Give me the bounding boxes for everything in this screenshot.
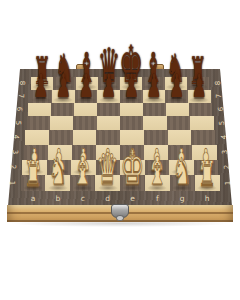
- file-label-c: c: [70, 194, 95, 203]
- rank-6: 66: [28, 103, 212, 117]
- rank-label-5: 5: [218, 121, 226, 125]
- piece-white-rook[interactable]: ♜: [198, 156, 216, 191]
- piece-white-bishop[interactable]: ♝: [147, 153, 167, 192]
- square-e7[interactable]: ♟: [120, 90, 143, 103]
- rank-label-8: 8: [18, 81, 26, 85]
- rank-label-7: 7: [17, 94, 25, 98]
- rank-label-1: 1: [8, 181, 16, 185]
- piece-white-queen[interactable]: ♛: [96, 147, 118, 191]
- square-c5[interactable]: [73, 116, 96, 130]
- piece-black-pawn[interactable]: ♟: [169, 70, 184, 102]
- square-d6[interactable]: [97, 103, 120, 117]
- piece-white-bishop[interactable]: ♝: [73, 153, 93, 192]
- square-a7[interactable]: 7♟: [30, 90, 53, 103]
- piece-black-pawn[interactable]: ♟: [101, 70, 116, 102]
- square-e1[interactable]: ♚: [120, 175, 145, 191]
- square-d7[interactable]: ♟: [97, 90, 120, 103]
- piece-black-pawn[interactable]: ♟: [124, 70, 139, 102]
- square-f5[interactable]: [143, 116, 166, 130]
- square-b7[interactable]: ♟: [52, 90, 75, 103]
- product-photo: 8♜♞♝♛♚♝♞8♜7♟♟♟♟♟♟♟7♟665544332♟♟♟♟♟♟♟2♟1♜…: [0, 0, 240, 300]
- rank-7: 7♟♟♟♟♟♟♟7♟: [30, 90, 211, 103]
- file-label-e: e: [120, 194, 145, 203]
- piece-white-rook[interactable]: ♜: [24, 156, 42, 191]
- piece-black-pawn[interactable]: ♟: [192, 70, 207, 102]
- file-label-h: h: [195, 194, 220, 203]
- piece-black-pawn[interactable]: ♟: [78, 70, 93, 102]
- square-c6[interactable]: [74, 103, 97, 117]
- square-g1[interactable]: ♞: [170, 175, 195, 191]
- file-label-d: d: [95, 194, 120, 203]
- square-e6[interactable]: [120, 103, 143, 117]
- rank-label-8: 8: [214, 81, 222, 85]
- rank-1: 1♜♞♝♛♚♝♞1♜: [21, 175, 220, 191]
- square-f6[interactable]: [143, 103, 166, 117]
- rank-label-3: 3: [11, 150, 19, 154]
- square-b1[interactable]: ♞: [45, 175, 70, 191]
- piece-white-king[interactable]: ♚: [120, 144, 144, 191]
- rank-5: 55: [27, 116, 214, 130]
- rank-label-2: 2: [9, 165, 17, 169]
- square-c7[interactable]: ♟: [75, 90, 98, 103]
- file-label-f: f: [145, 194, 170, 203]
- square-d1[interactable]: ♛: [95, 175, 120, 191]
- piece-white-knight[interactable]: ♞: [173, 154, 192, 191]
- square-c1[interactable]: ♝: [70, 175, 95, 191]
- rank-label-6: 6: [217, 107, 225, 111]
- square-g5[interactable]: [167, 116, 190, 130]
- square-f1[interactable]: ♝: [145, 175, 170, 191]
- square-a6[interactable]: 6: [28, 103, 51, 117]
- clasp-latch-icon: [111, 204, 129, 218]
- piece-white-knight[interactable]: ♞: [48, 154, 67, 191]
- square-d5[interactable]: [97, 116, 120, 130]
- board-squares: 8♜♞♝♛♚♝♞8♜7♟♟♟♟♟♟♟7♟665544332♟♟♟♟♟♟♟2♟1♜…: [8, 69, 232, 206]
- square-a5[interactable]: 5: [27, 116, 50, 130]
- file-label-g: g: [170, 194, 195, 203]
- rank-label-2: 2: [223, 165, 231, 169]
- clasp-ring-icon: [116, 215, 124, 221]
- rank-label-4: 4: [12, 135, 20, 139]
- piece-black-pawn[interactable]: ♟: [146, 70, 161, 102]
- square-h5[interactable]: 5: [190, 116, 213, 130]
- square-h6[interactable]: 6: [189, 103, 212, 117]
- rank-label-6: 6: [15, 107, 23, 111]
- square-g6[interactable]: [166, 103, 189, 117]
- square-g7[interactable]: ♟: [165, 90, 188, 103]
- square-b6[interactable]: [51, 103, 74, 117]
- square-h7[interactable]: 7♟: [188, 90, 211, 103]
- file-label-b: b: [45, 194, 70, 203]
- square-b5[interactable]: [50, 116, 73, 130]
- rank-label-3: 3: [221, 150, 229, 154]
- square-f7[interactable]: ♟: [143, 90, 166, 103]
- rank-label-7: 7: [215, 94, 223, 98]
- file-label-a: a: [21, 194, 46, 203]
- piece-black-pawn[interactable]: ♟: [56, 70, 71, 102]
- square-a1[interactable]: 1♜: [21, 175, 46, 191]
- rank-label-1: 1: [224, 181, 232, 185]
- piece-black-pawn[interactable]: ♟: [33, 70, 48, 102]
- square-h1[interactable]: 1♜: [195, 175, 220, 191]
- chess-board: 8♜♞♝♛♚♝♞8♜7♟♟♟♟♟♟♟7♟665544332♟♟♟♟♟♟♟2♟1♜…: [8, 69, 232, 206]
- rank-label-5: 5: [14, 121, 22, 125]
- rank-label-4: 4: [220, 135, 228, 139]
- square-e5[interactable]: [120, 116, 143, 130]
